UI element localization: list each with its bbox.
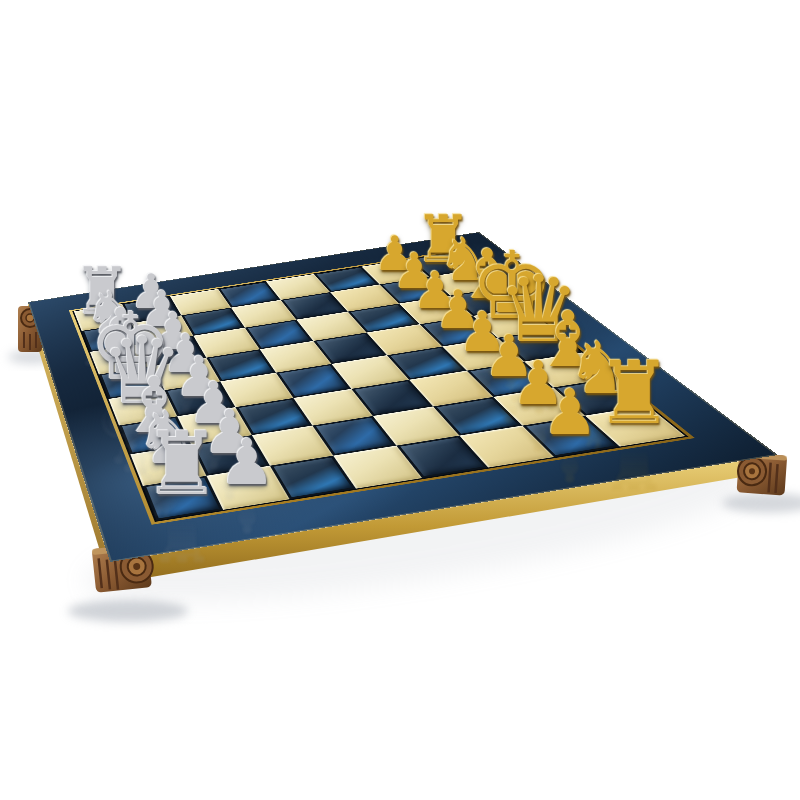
piece-white-pawn-a2[interactable]: ♟ xyxy=(219,431,276,494)
chess-set-photo: ♜♜♞♞♝♝♛♛♚♚♝♝♞♞♜♜♟♟♟♟♟♟♟♟♟♟♟♟♟♟♟♟♜♜♞♞♝♝♛♛… xyxy=(0,0,800,800)
piece-black-rook-a8[interactable]: ♜ xyxy=(595,349,673,436)
piece-white-rook-a1[interactable]: ♜ xyxy=(143,421,221,508)
piece-black-pawn-a7[interactable]: ♟ xyxy=(542,380,599,443)
